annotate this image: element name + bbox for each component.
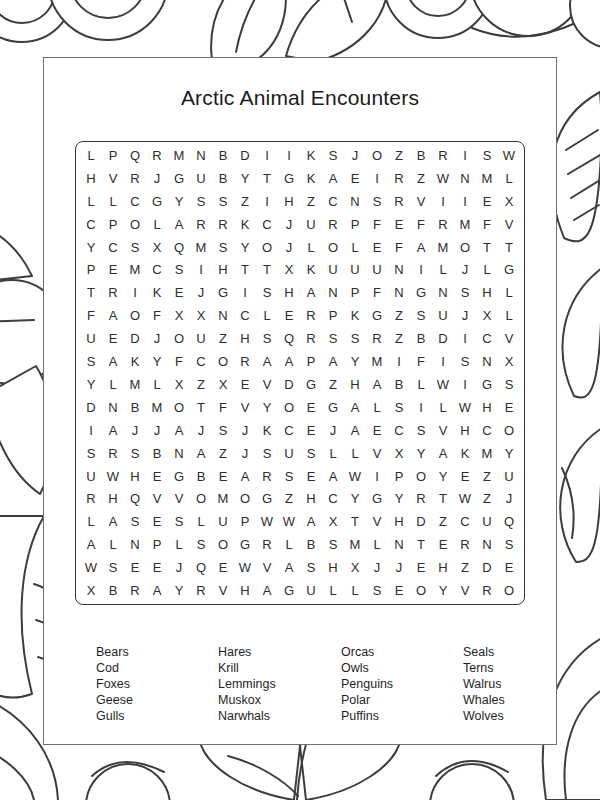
- grid-cell: C: [476, 419, 498, 442]
- grid-cell: M: [124, 258, 146, 281]
- grid-cell: N: [344, 190, 366, 213]
- grid-cell: D: [278, 373, 300, 396]
- grid-cell: D: [432, 327, 454, 350]
- grid-cell: H: [124, 465, 146, 488]
- grid-cell: N: [432, 281, 454, 304]
- grid-cell: J: [168, 556, 190, 579]
- grid-cell: N: [212, 304, 234, 327]
- grid-cell: X: [498, 190, 520, 213]
- grid-cell: A: [168, 213, 190, 236]
- grid-cell: R: [80, 487, 102, 510]
- grid-cell: U: [344, 258, 366, 281]
- grid-cell: G: [278, 167, 300, 190]
- grid-cell: V: [256, 556, 278, 579]
- grid-cell: A: [256, 579, 278, 602]
- grid-cell: V: [498, 213, 520, 236]
- grid-cell: I: [366, 465, 388, 488]
- grid-cell: D: [80, 396, 102, 419]
- grid-cell: P: [80, 258, 102, 281]
- grid-cell: L: [278, 533, 300, 556]
- grid-cell: H: [300, 487, 322, 510]
- grid-cell: R: [256, 465, 278, 488]
- word-item: Krill: [218, 660, 341, 676]
- grid-cell: L: [190, 510, 212, 533]
- grid-cell: Z: [278, 487, 300, 510]
- word-column: HaresKrillLemmingsMuskoxNarwhals: [218, 644, 341, 724]
- grid-cell: E: [146, 556, 168, 579]
- grid-cell: C: [234, 304, 256, 327]
- grid-cell: E: [146, 510, 168, 533]
- grid-cell: X: [146, 236, 168, 259]
- grid-cell: L: [322, 442, 344, 465]
- grid-cell: A: [300, 510, 322, 533]
- word-item: Orcas: [341, 644, 463, 660]
- grid-cell: Y: [344, 487, 366, 510]
- grid-cell: A: [410, 236, 432, 259]
- grid-cell: R: [388, 167, 410, 190]
- grid-cell: D: [476, 556, 498, 579]
- grid-cell: P: [344, 213, 366, 236]
- word-column: SealsTernsWalrusWhalesWolves: [463, 644, 548, 724]
- grid-cell: V: [410, 190, 432, 213]
- grid-cell: O: [212, 533, 234, 556]
- grid-cell: A: [322, 350, 344, 373]
- word-item: Muskox: [218, 692, 341, 708]
- grid-cell: R: [454, 533, 476, 556]
- grid-cell: J: [190, 419, 212, 442]
- grid-cell: S: [212, 190, 234, 213]
- grid-cell: E: [124, 556, 146, 579]
- grid-cell: W: [256, 510, 278, 533]
- grid-cell: A: [102, 304, 124, 327]
- grid-cell: R: [432, 144, 454, 167]
- grid-cell: O: [498, 579, 520, 602]
- grid-cell: R: [146, 144, 168, 167]
- grid-cell: I: [432, 190, 454, 213]
- grid-cell: X: [344, 556, 366, 579]
- grid-cell: A: [168, 419, 190, 442]
- grid-cell: G: [300, 373, 322, 396]
- grid-cell: F: [366, 213, 388, 236]
- grid-cell: K: [124, 350, 146, 373]
- grid-cell: G: [498, 258, 520, 281]
- grid-cell: D: [410, 510, 432, 533]
- grid-cell: H: [388, 510, 410, 533]
- grid-cell: G: [410, 281, 432, 304]
- grid-cell: O: [124, 304, 146, 327]
- word-list: BearsCodFoxesGeeseGulls HaresKrillLemmin…: [44, 644, 558, 724]
- grid-cell: K: [256, 419, 278, 442]
- grid-cell: R: [300, 327, 322, 350]
- grid-cell: X: [322, 510, 344, 533]
- grid-cell: V: [102, 167, 124, 190]
- grid-cell: J: [498, 487, 520, 510]
- grid-cell: B: [410, 327, 432, 350]
- grid-cell: R: [190, 213, 212, 236]
- grid-cell: P: [102, 144, 124, 167]
- grid-cell: S: [168, 510, 190, 533]
- word-item: Polar: [341, 692, 463, 708]
- grid-cell: I: [454, 190, 476, 213]
- word-item: Bears: [96, 644, 218, 660]
- grid-cell: T: [476, 236, 498, 259]
- grid-cell: B: [300, 533, 322, 556]
- grid-cell: T: [344, 510, 366, 533]
- grid-cell: X: [80, 579, 102, 602]
- grid-cell: J: [454, 258, 476, 281]
- grid-cell: C: [388, 419, 410, 442]
- grid-cell: N: [476, 533, 498, 556]
- grid-cell: L: [102, 533, 124, 556]
- grid-cell: O: [322, 236, 344, 259]
- grid-cell: H: [234, 579, 256, 602]
- grid-cell: L: [498, 304, 520, 327]
- grid-cell: P: [344, 281, 366, 304]
- grid-cell: M: [190, 236, 212, 259]
- grid-cell: S: [454, 281, 476, 304]
- grid-cell: G: [278, 579, 300, 602]
- grid-cell: G: [256, 487, 278, 510]
- grid-cell: A: [344, 419, 366, 442]
- grid-cell: L: [256, 304, 278, 327]
- grid-cell: A: [366, 373, 388, 396]
- grid-cell: Y: [234, 236, 256, 259]
- grid-cell: Z: [190, 373, 212, 396]
- grid-cell: F: [410, 350, 432, 373]
- grid-cell: I: [80, 419, 102, 442]
- grid-cell: H: [476, 396, 498, 419]
- grid-cell: N: [476, 350, 498, 373]
- grid-cell: U: [190, 167, 212, 190]
- grid-cell: S: [212, 419, 234, 442]
- grid-cell: W: [80, 556, 102, 579]
- grid-cell: A: [256, 350, 278, 373]
- grid-cell: Z: [212, 442, 234, 465]
- grid-cell: Z: [234, 190, 256, 213]
- grid-cell: K: [146, 281, 168, 304]
- grid-cell: V: [146, 487, 168, 510]
- grid-cell: K: [344, 304, 366, 327]
- grid-cell: F: [366, 281, 388, 304]
- grid-cell: P: [102, 213, 124, 236]
- grid-cell: S: [300, 556, 322, 579]
- grid-cell: Z: [410, 167, 432, 190]
- word-item: Narwhals: [218, 708, 341, 724]
- grid-cell: P: [146, 533, 168, 556]
- grid-cell: Y: [168, 579, 190, 602]
- word-item: Terns: [463, 660, 548, 676]
- grid-cell: R: [432, 213, 454, 236]
- grid-cell: S: [322, 327, 344, 350]
- grid-cell: K: [300, 144, 322, 167]
- grid-cell: A: [322, 465, 344, 488]
- grid-cell: S: [256, 327, 278, 350]
- grid-cell: T: [410, 533, 432, 556]
- grid-cell: L: [476, 258, 498, 281]
- grid-cell: E: [432, 533, 454, 556]
- grid-cell: F: [168, 350, 190, 373]
- grid-cell: S: [322, 533, 344, 556]
- grid-cell: N: [322, 281, 344, 304]
- word-item: Cod: [96, 660, 218, 676]
- grid-cell: X: [190, 304, 212, 327]
- grid-cell: H: [80, 167, 102, 190]
- grid-cell: H: [234, 327, 256, 350]
- grid-cell: J: [278, 213, 300, 236]
- grid-cell: E: [146, 465, 168, 488]
- grid-cell: O: [168, 396, 190, 419]
- grid-cell: E: [498, 396, 520, 419]
- grid-cell: A: [102, 350, 124, 373]
- grid-cell: J: [146, 167, 168, 190]
- grid-cell: Z: [388, 304, 410, 327]
- grid-cell: S: [366, 579, 388, 602]
- grid-cell: S: [168, 258, 190, 281]
- grid-cell: E: [344, 167, 366, 190]
- grid-cell: N: [454, 167, 476, 190]
- grid-cell: J: [124, 419, 146, 442]
- grid-cell: L: [102, 190, 124, 213]
- word-item: Foxes: [96, 676, 218, 692]
- grid-cell: G: [366, 487, 388, 510]
- grid-cell: E: [410, 556, 432, 579]
- grid-cell: Q: [498, 510, 520, 533]
- grid-cell: H: [322, 556, 344, 579]
- grid-cell: A: [278, 556, 300, 579]
- grid-cell: Z: [300, 190, 322, 213]
- grid-cell: U: [80, 465, 102, 488]
- grid-cell: O: [498, 419, 520, 442]
- grid-cell: X: [168, 373, 190, 396]
- grid-cell: V: [212, 579, 234, 602]
- word-item: Lemmings: [218, 676, 341, 692]
- grid-cell: Y: [234, 167, 256, 190]
- grid-cell: Z: [322, 373, 344, 396]
- grid-cell: Y: [256, 396, 278, 419]
- grid-cell: M: [168, 144, 190, 167]
- grid-cell: M: [432, 236, 454, 259]
- grid-cell: S: [454, 350, 476, 373]
- grid-cell: Q: [190, 556, 212, 579]
- grid-cell: C: [124, 190, 146, 213]
- grid-cell: T: [498, 236, 520, 259]
- grid-cell: L: [102, 373, 124, 396]
- grid-cell: N: [124, 533, 146, 556]
- grid-cell: E: [278, 304, 300, 327]
- grid-cell: L: [344, 442, 366, 465]
- grid-cell: R: [366, 327, 388, 350]
- word-item: Geese: [96, 692, 218, 708]
- grid-cell: W: [432, 167, 454, 190]
- grid-cell: Y: [80, 373, 102, 396]
- grid-cell: L: [498, 281, 520, 304]
- grid-cell: C: [256, 213, 278, 236]
- grid-cell: Y: [410, 442, 432, 465]
- word-item: Whales: [463, 692, 548, 708]
- grid-cell: E: [102, 327, 124, 350]
- grid-cell: S: [410, 419, 432, 442]
- grid-cell: C: [454, 510, 476, 533]
- grid-cell: A: [300, 281, 322, 304]
- grid-cell: S: [124, 236, 146, 259]
- grid-cell: X: [498, 350, 520, 373]
- grid-cell: Z: [476, 465, 498, 488]
- grid-cell: C: [146, 258, 168, 281]
- grid-cell: M: [476, 442, 498, 465]
- grid-cell: X: [476, 304, 498, 327]
- grid-cell: A: [190, 442, 212, 465]
- word-item: Puffins: [341, 708, 463, 724]
- grid-cell: Z: [476, 487, 498, 510]
- grid-cell: R: [322, 213, 344, 236]
- grid-cell: B: [146, 442, 168, 465]
- grid-cell: Q: [124, 144, 146, 167]
- grid-cell: S: [190, 190, 212, 213]
- grid-cell: Y: [498, 442, 520, 465]
- grid-cell: W: [498, 144, 520, 167]
- grid-cell: I: [256, 144, 278, 167]
- grid-cell: O: [212, 350, 234, 373]
- grid-cell: N: [388, 281, 410, 304]
- grid-cell: C: [190, 350, 212, 373]
- grid-cell: C: [476, 327, 498, 350]
- grid-cell: E: [476, 190, 498, 213]
- grid-cell: U: [432, 304, 454, 327]
- grid-cell: Z: [454, 556, 476, 579]
- grid-cell: S: [322, 144, 344, 167]
- grid-cell: L: [146, 213, 168, 236]
- grid-cell: L: [146, 373, 168, 396]
- grid-cell: S: [366, 190, 388, 213]
- grid-cell: S: [80, 350, 102, 373]
- grid-cell: C: [102, 236, 124, 259]
- grid-cell: I: [454, 144, 476, 167]
- grid-cell: U: [476, 510, 498, 533]
- grid-cell: A: [344, 396, 366, 419]
- grid-cell: L: [366, 533, 388, 556]
- word-item: Gulls: [96, 708, 218, 724]
- grid-cell: L: [498, 167, 520, 190]
- grid-cell: B: [124, 396, 146, 419]
- grid-cell: S: [300, 442, 322, 465]
- grid-cell: J: [190, 281, 212, 304]
- grid-cell: I: [124, 281, 146, 304]
- grid-cell: Q: [124, 487, 146, 510]
- grid-cell: F: [80, 304, 102, 327]
- grid-cell: I: [366, 167, 388, 190]
- grid-cell: V: [454, 579, 476, 602]
- grid-cell: E: [366, 236, 388, 259]
- grid-cell: V: [234, 396, 256, 419]
- grid-cell: C: [278, 419, 300, 442]
- grid-cell: I: [278, 144, 300, 167]
- word-item: Owls: [341, 660, 463, 676]
- grid-cell: L: [322, 579, 344, 602]
- grid-cell: Q: [168, 236, 190, 259]
- grid-cell: S: [388, 396, 410, 419]
- grid-cell: K: [300, 258, 322, 281]
- grid-cell: J: [234, 442, 256, 465]
- grid-cell: E: [454, 465, 476, 488]
- grid-cell: Q: [278, 327, 300, 350]
- grid-cell: D: [124, 327, 146, 350]
- grid-cell: A: [80, 533, 102, 556]
- grid-cell: L: [80, 190, 102, 213]
- word-item: Hares: [218, 644, 341, 660]
- word-column: BearsCodFoxesGeeseGulls: [96, 644, 218, 724]
- grid-cell: S: [498, 373, 520, 396]
- grid-cell: Y: [432, 579, 454, 602]
- grid-cell: N: [168, 442, 190, 465]
- grid-cell: E: [300, 465, 322, 488]
- grid-cell: O: [256, 236, 278, 259]
- grid-cell: S: [124, 510, 146, 533]
- grid-cell: V: [168, 487, 190, 510]
- grid-cell: R: [102, 442, 124, 465]
- grid-cell: E: [300, 396, 322, 419]
- grid-cell: A: [432, 442, 454, 465]
- grid-cell: J: [146, 327, 168, 350]
- grid-cell: I: [190, 258, 212, 281]
- grid-cell: X: [168, 304, 190, 327]
- grid-cell: H: [102, 487, 124, 510]
- grid-cell: M: [476, 167, 498, 190]
- grid-cell: Y: [168, 190, 190, 213]
- grid-cell: P: [234, 510, 256, 533]
- grid-cell: U: [190, 327, 212, 350]
- grid-cell: O: [366, 144, 388, 167]
- grid-cell: S: [212, 236, 234, 259]
- grid-cell: J: [388, 556, 410, 579]
- grid-cell: J: [278, 236, 300, 259]
- grid-cell: A: [278, 350, 300, 373]
- grid-cell: H: [278, 281, 300, 304]
- word-item: Seals: [463, 644, 548, 660]
- grid-cell: G: [234, 533, 256, 556]
- grid-cell: W: [278, 510, 300, 533]
- grid-cell: W: [234, 556, 256, 579]
- grid-cell: U: [278, 442, 300, 465]
- grid-cell: U: [300, 579, 322, 602]
- grid-cell: C: [80, 213, 102, 236]
- grid-cell: I: [388, 350, 410, 373]
- grid-cell: T: [256, 258, 278, 281]
- grid-cell: T: [256, 167, 278, 190]
- grid-cell: E: [388, 213, 410, 236]
- grid-cell: S: [476, 144, 498, 167]
- grid-cell: O: [190, 487, 212, 510]
- grid-cell: A: [102, 419, 124, 442]
- grid-cell: P: [322, 304, 344, 327]
- grid-cell: K: [454, 442, 476, 465]
- grid-cell: B: [190, 465, 212, 488]
- grid-cell: T: [432, 487, 454, 510]
- grid-cell: V: [366, 442, 388, 465]
- grid-cell: V: [366, 510, 388, 533]
- grid-cell: S: [410, 304, 432, 327]
- grid-cell: P: [300, 350, 322, 373]
- grid-cell: H: [278, 190, 300, 213]
- grid-cell: O: [124, 213, 146, 236]
- grid-cell: L: [344, 236, 366, 259]
- grid-cell: E: [234, 373, 256, 396]
- grid-cell: U: [498, 465, 520, 488]
- grid-cell: O: [410, 579, 432, 602]
- grid-cell: A: [146, 579, 168, 602]
- grid-cell: J: [146, 419, 168, 442]
- word-grid: LPQRMNBDIIKSJOZBRISWHVRJGUBYTGKAEIRZWNML…: [75, 141, 525, 605]
- grid-cell: R: [300, 304, 322, 327]
